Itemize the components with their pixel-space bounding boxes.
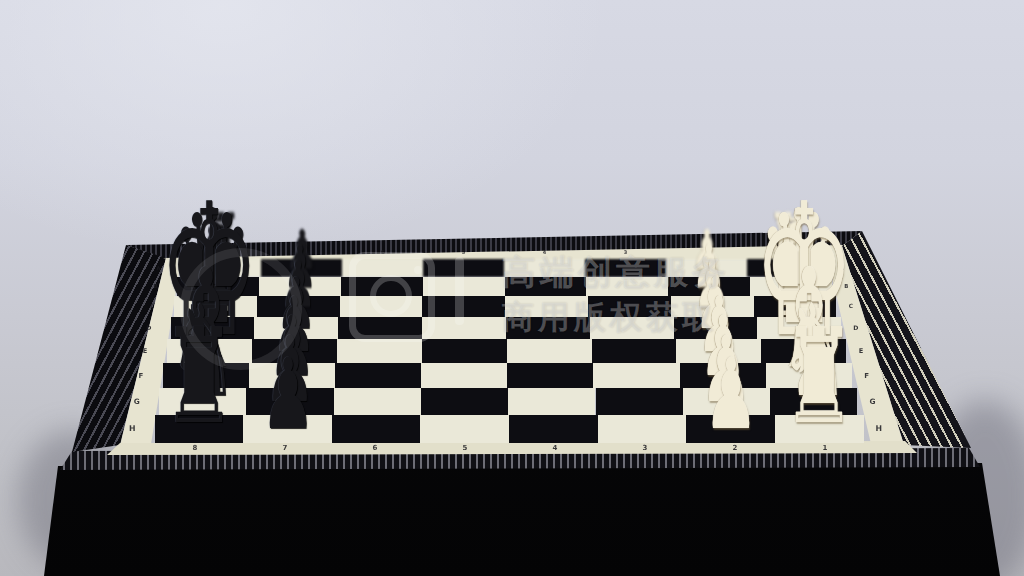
square-f5 bbox=[421, 363, 507, 388]
photo-stage: 88AA77BB66CC55DD44EE33FF22GG11HH ♜♞♝♛♚♝♞… bbox=[0, 0, 1024, 576]
square-f3 bbox=[593, 363, 679, 388]
square-b5 bbox=[423, 277, 505, 296]
square-b6 bbox=[341, 277, 423, 296]
square-b3 bbox=[586, 277, 668, 296]
square-d3 bbox=[590, 317, 674, 339]
square-h3 bbox=[598, 415, 687, 443]
coord-left-file-D: D bbox=[146, 325, 151, 331]
coord-left-file-C: C bbox=[150, 304, 154, 310]
piece-black-pawn-h7: ♟ bbox=[260, 344, 314, 444]
square-f4 bbox=[507, 363, 593, 388]
coord-near-rank-3: 3 bbox=[643, 445, 648, 452]
square-f6 bbox=[335, 363, 421, 388]
piece-white-pawn-h2: ♟ bbox=[703, 344, 757, 444]
coord-right-file-H: H bbox=[876, 425, 883, 433]
square-c4 bbox=[505, 296, 588, 317]
square-d4 bbox=[506, 317, 590, 339]
coord-near-rank-5: 5 bbox=[463, 445, 468, 452]
square-c6 bbox=[340, 296, 423, 317]
square-d5 bbox=[422, 317, 506, 339]
piece-black-rook-h8: ♜ bbox=[162, 309, 235, 444]
coord-right-file-G: G bbox=[869, 398, 875, 405]
coord-far-rank-5: 5 bbox=[462, 250, 465, 255]
square-e4 bbox=[507, 339, 592, 363]
square-a5 bbox=[423, 259, 504, 277]
square-e3 bbox=[592, 339, 677, 363]
square-a4 bbox=[504, 259, 585, 277]
square-h6 bbox=[332, 415, 421, 443]
coord-left-file-F: F bbox=[139, 372, 144, 379]
coord-right-file-E: E bbox=[859, 348, 864, 355]
coord-left-file-H: H bbox=[129, 425, 136, 433]
square-b4 bbox=[505, 277, 587, 296]
square-c5 bbox=[422, 296, 505, 317]
square-g4 bbox=[508, 388, 595, 415]
square-a6 bbox=[342, 259, 423, 277]
coord-near-rank-4: 4 bbox=[553, 445, 558, 452]
square-e5 bbox=[422, 339, 507, 363]
square-e6 bbox=[337, 339, 422, 363]
square-g5 bbox=[421, 388, 508, 415]
coord-far-rank-3: 3 bbox=[624, 250, 627, 255]
coord-left-file-G: G bbox=[134, 398, 140, 405]
coord-far-rank-6: 6 bbox=[381, 250, 384, 255]
coord-left-file-B: B bbox=[153, 284, 157, 289]
coord-near-rank-6: 6 bbox=[373, 445, 378, 452]
square-h4 bbox=[509, 415, 598, 443]
square-a3 bbox=[585, 259, 666, 277]
square-d6 bbox=[338, 317, 422, 339]
coord-right-file-F: F bbox=[864, 372, 869, 379]
coord-far-rank-4: 4 bbox=[543, 250, 546, 255]
square-h5 bbox=[420, 415, 509, 443]
square-c3 bbox=[588, 296, 671, 317]
piece-white-rook-h1: ♜ bbox=[783, 309, 856, 444]
square-g6 bbox=[334, 388, 421, 415]
coord-left-file-E: E bbox=[143, 348, 148, 355]
square-g3 bbox=[596, 388, 683, 415]
